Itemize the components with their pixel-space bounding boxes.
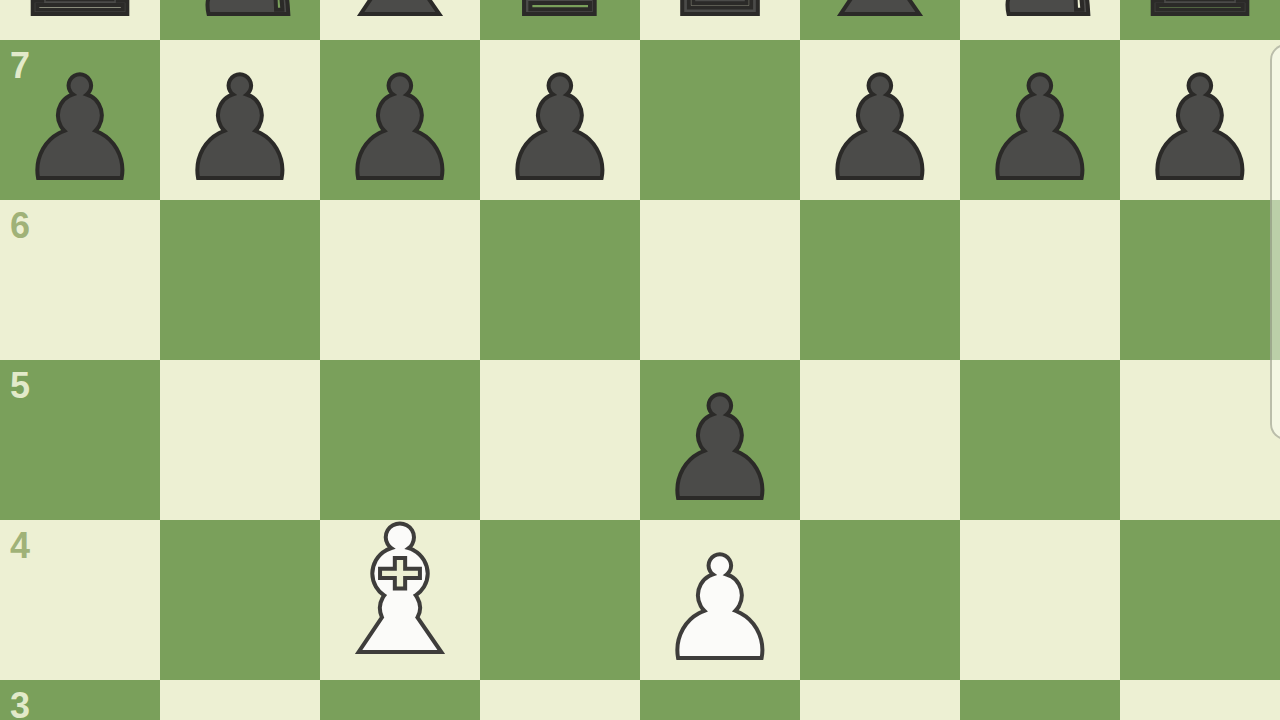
square-e7[interactable] [640, 40, 800, 200]
square-h4[interactable] [1120, 520, 1280, 680]
square-a3[interactable] [0, 680, 160, 720]
square-d3[interactable] [480, 680, 640, 720]
black-pawn-a7[interactable]: ♟ [0, 40, 160, 212]
square-f5[interactable] [800, 360, 960, 520]
black-pawn-g7[interactable]: ♟ [960, 40, 1120, 212]
square-b6[interactable] [160, 200, 320, 360]
square-d4[interactable] [480, 520, 640, 680]
black-pawn-b7[interactable]: ♟ [160, 40, 320, 212]
square-h3[interactable] [1120, 680, 1280, 720]
white-bishop-c4[interactable]: ♝ [320, 520, 480, 694]
square-f3[interactable] [800, 680, 960, 720]
black-pawn-c7[interactable]: ♟ [320, 40, 480, 212]
square-h5[interactable] [1120, 360, 1280, 520]
black-pawn-f7[interactable]: ♟ [800, 40, 960, 212]
square-g6[interactable] [960, 200, 1120, 360]
chess-board: 76543♜♞♝♛♚♝♞♜♟♟♟♟♟♟♟♟♝♟ [0, 0, 1280, 720]
square-b4[interactable] [160, 520, 320, 680]
square-a4[interactable] [0, 520, 160, 680]
square-d6[interactable] [480, 200, 640, 360]
square-e6[interactable] [640, 200, 800, 360]
black-pawn-h7[interactable]: ♟ [1120, 40, 1280, 212]
square-a6[interactable] [0, 200, 160, 360]
square-b3[interactable] [160, 680, 320, 720]
chess-board-viewport: 76543♜♞♝♛♚♝♞♜♟♟♟♟♟♟♟♟♝♟ [0, 0, 1280, 720]
square-h6[interactable] [1120, 200, 1280, 360]
black-pawn-e5[interactable]: ♟ [640, 360, 800, 532]
square-b5[interactable] [160, 360, 320, 520]
square-g5[interactable] [960, 360, 1120, 520]
square-g3[interactable] [960, 680, 1120, 720]
black-pawn-d7[interactable]: ♟ [480, 40, 640, 212]
right-edge-panel [1270, 44, 1280, 440]
square-g4[interactable] [960, 520, 1120, 680]
black-king-e8[interactable]: ♚ [640, 0, 800, 50]
square-f6[interactable] [800, 200, 960, 360]
square-c6[interactable] [320, 200, 480, 360]
square-f4[interactable] [800, 520, 960, 680]
square-a5[interactable] [0, 360, 160, 520]
square-d5[interactable] [480, 360, 640, 520]
white-pawn-e4[interactable]: ♟ [640, 520, 800, 692]
